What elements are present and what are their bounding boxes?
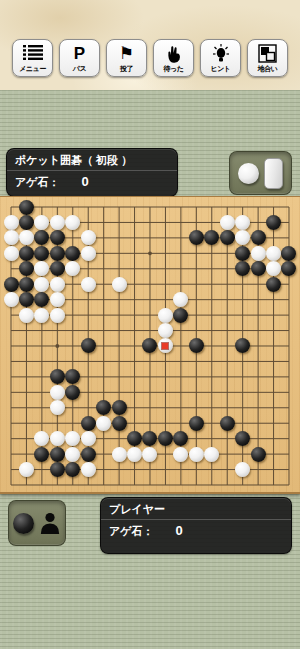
stone-black [19, 292, 34, 307]
stone-white [127, 447, 142, 462]
stone-white [50, 277, 65, 292]
stone-black [81, 447, 96, 462]
stone-white [81, 462, 96, 477]
flag-icon: ⚑ [119, 42, 134, 64]
white-stone-icon [238, 163, 259, 184]
territory-count-icon [258, 42, 277, 64]
stone-white [50, 431, 65, 446]
toolbar: メニュー P パス ⚑ 投了 待った [0, 39, 300, 77]
menu-button[interactable]: メニュー [12, 39, 53, 77]
stone-white [251, 246, 266, 261]
stone-white [81, 246, 96, 261]
menu-button-label: メニュー [19, 64, 46, 74]
undo-button-label: 待った [164, 64, 184, 74]
black-stone-icon [13, 513, 34, 534]
stone-white [4, 230, 19, 245]
stone-black [65, 246, 80, 261]
stone-white [34, 308, 49, 323]
stone-white [204, 447, 219, 462]
stone-white [266, 246, 281, 261]
stone-white [112, 277, 127, 292]
stone-white [173, 447, 188, 462]
hint-button[interactable]: ヒント [200, 39, 241, 77]
stone-white [19, 308, 34, 323]
pass-button[interactable]: P パス [59, 39, 100, 77]
resign-button[interactable]: ⚑ 投了 [106, 39, 147, 77]
stone-black [235, 246, 250, 261]
player-title: プレイヤー [101, 498, 291, 520]
stone-white [4, 215, 19, 230]
player-stone-tray [8, 500, 66, 546]
last-move-marker [162, 343, 168, 349]
stone-black [112, 416, 127, 431]
player-panel: プレイヤー アゲ石： 0 [100, 497, 292, 554]
stone-black [266, 277, 281, 292]
stone-white [81, 431, 96, 446]
stone-white [158, 323, 173, 338]
stone-white [50, 385, 65, 400]
stone-white [4, 292, 19, 307]
stone-black [65, 385, 80, 400]
stone-black [19, 277, 34, 292]
stone-black [19, 215, 34, 230]
lightbulb-icon [211, 42, 231, 64]
opponent-title: ポケット囲碁（ 初段 ） [7, 149, 177, 171]
stone-black [158, 431, 173, 446]
stone-white [81, 277, 96, 292]
stone-white [4, 246, 19, 261]
opponent-captures-value: 0 [82, 174, 89, 189]
stone-black [81, 416, 96, 431]
opponent-captures-label: アゲ石： [15, 175, 60, 190]
stone-black [50, 447, 65, 462]
stone-black [266, 215, 281, 230]
stone-black [112, 400, 127, 415]
stone-black [189, 416, 204, 431]
stone-black [50, 246, 65, 261]
device-icon [264, 158, 283, 189]
resign-button-label: 投了 [120, 64, 133, 74]
player-captures-label: アゲ石： [109, 524, 154, 539]
stone-white [50, 215, 65, 230]
opponent-panel: ポケット囲碁（ 初段 ） アゲ石： 0 [6, 148, 178, 197]
stone-black [34, 447, 49, 462]
stone-white [96, 416, 111, 431]
stone-white [189, 447, 204, 462]
stone-white [220, 215, 235, 230]
stone-black [50, 261, 65, 276]
stone-black [50, 462, 65, 477]
stone-white [158, 308, 173, 323]
territory-button[interactable]: 地合い [247, 39, 288, 77]
go-board[interactable] [0, 196, 300, 494]
stone-black [220, 416, 235, 431]
hand-icon [165, 42, 183, 64]
person-icon [39, 511, 61, 535]
hint-button-label: ヒント [211, 64, 231, 74]
territory-button-label: 地合い [258, 64, 278, 74]
stone-black [4, 277, 19, 292]
stone-black [251, 447, 266, 462]
stone-white [50, 308, 65, 323]
stone-black [19, 200, 34, 215]
stone-black [173, 308, 188, 323]
undo-button[interactable]: 待った [153, 39, 194, 77]
opponent-stone-tray [229, 151, 292, 195]
menu-list-icon [23, 42, 43, 64]
player-captures-value: 0 [176, 523, 183, 538]
stone-black [19, 246, 34, 261]
pass-button-label: パス [73, 64, 86, 74]
stone-white [235, 215, 250, 230]
stone-white [50, 400, 65, 415]
stone-white [112, 447, 127, 462]
letter-p-icon: P [74, 42, 85, 64]
stone-white [19, 462, 34, 477]
stone-black [251, 230, 266, 245]
stone-white [65, 447, 80, 462]
stone-white [50, 292, 65, 307]
stone-black [251, 261, 266, 276]
